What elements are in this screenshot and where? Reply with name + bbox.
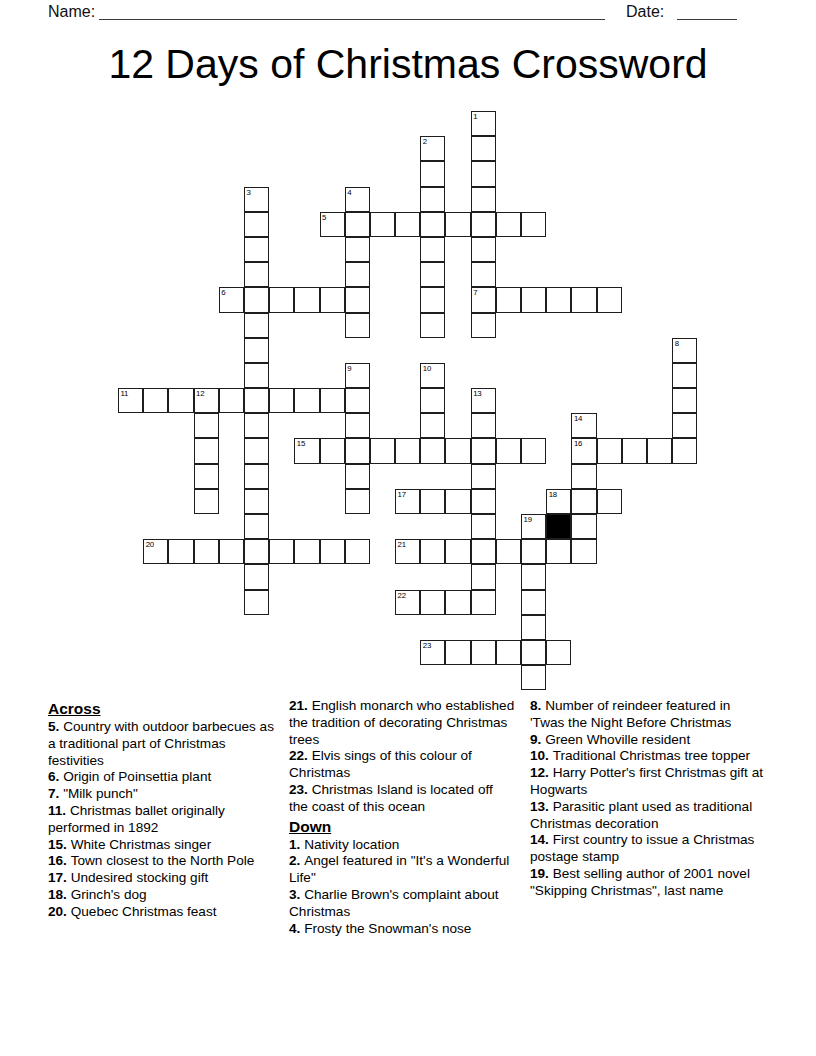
crossword-cell[interactable]: 2 — [420, 136, 445, 161]
down-heading: Down — [289, 816, 515, 837]
crossword-cell[interactable] — [420, 187, 445, 212]
clue-across-22: 22. Elvis sings of this colour of Christ… — [289, 748, 515, 782]
crossword-cell[interactable] — [546, 287, 571, 312]
crossword-cell[interactable]: 8 — [672, 338, 697, 363]
clue-across-15: 15. White Christmas singer — [48, 837, 274, 854]
crossword-cell[interactable] — [294, 287, 319, 312]
crossword-cell[interactable] — [194, 489, 219, 514]
crossword-cell[interactable] — [672, 363, 697, 388]
crossword-cell[interactable] — [269, 287, 294, 312]
clue-number: 22 — [398, 591, 406, 601]
crossword-cell[interactable] — [420, 539, 445, 564]
clue-number: 15 — [297, 439, 305, 449]
clue-across-11: 11. Christmas ballet originally performe… — [48, 803, 274, 837]
date-fill-line[interactable] — [677, 18, 737, 20]
crossword-cell[interactable] — [345, 313, 370, 338]
crossword-cell[interactable] — [420, 237, 445, 262]
clue-column-2: 21. English monarch who established the … — [289, 698, 515, 937]
clue-number: 17 — [398, 490, 406, 500]
clue-number: 23 — [423, 641, 431, 651]
crossword-cell[interactable] — [521, 438, 546, 463]
crossword-cell[interactable] — [345, 489, 370, 514]
crossword-cell[interactable] — [521, 564, 546, 589]
crossword-cell[interactable] — [546, 539, 571, 564]
crossword-cell[interactable] — [244, 539, 269, 564]
crossword-cell[interactable] — [345, 262, 370, 287]
clue-across-23: 23. Christmas Island is located off the … — [289, 782, 515, 816]
crossword-cell[interactable] — [320, 388, 345, 413]
crossword-cell[interactable]: 5 — [320, 212, 345, 237]
down-clues-list: 1. Nativity location2. Angel featured in… — [289, 837, 515, 938]
crossword-cell[interactable] — [445, 489, 470, 514]
clue-number: 11 — [121, 389, 129, 399]
clue-number: 6 — [221, 288, 225, 298]
crossword-cell[interactable]: 4 — [345, 187, 370, 212]
crossword-cell[interactable] — [471, 590, 496, 615]
clue-number: 14 — [574, 414, 582, 424]
crossword-cell[interactable] — [471, 514, 496, 539]
crossword-cell[interactable] — [496, 640, 521, 665]
clue-number: 13 — [473, 389, 481, 399]
down-clues-list-continued: 8. Number of reindeer featured in 'Twas … — [530, 698, 767, 900]
clue-number: 3 — [246, 188, 250, 198]
crossword-cell[interactable] — [471, 136, 496, 161]
crossword-cell[interactable]: 11 — [118, 388, 143, 413]
clue-number: 20 — [146, 540, 154, 550]
crossword-cell[interactable]: 18 — [546, 489, 571, 514]
blocked-cell — [546, 514, 571, 539]
crossword-cell[interactable] — [496, 212, 521, 237]
crossword-cell[interactable] — [420, 590, 445, 615]
crossword-cell[interactable] — [571, 489, 596, 514]
clue-across-18: 18. Grinch's dog — [48, 887, 274, 904]
crossword-cell[interactable] — [420, 313, 445, 338]
crossword-cell[interactable] — [445, 640, 470, 665]
crossword-cell[interactable] — [647, 438, 672, 463]
crossword-cell[interactable] — [672, 388, 697, 413]
crossword-cell[interactable] — [244, 212, 269, 237]
clue-across-6: 6. Origin of Poinsettia plant — [48, 769, 274, 786]
crossword-cell[interactable] — [345, 388, 370, 413]
clue-down-8: 8. Number of reindeer featured in 'Twas … — [530, 698, 767, 732]
crossword-cell[interactable] — [496, 438, 521, 463]
crossword-cell[interactable] — [168, 539, 193, 564]
crossword-cell[interactable] — [672, 438, 697, 463]
crossword-cell[interactable] — [471, 262, 496, 287]
crossword-cell[interactable] — [395, 438, 420, 463]
crossword-cell[interactable] — [672, 413, 697, 438]
crossword-cell[interactable] — [597, 438, 622, 463]
crossword-cell[interactable] — [294, 539, 319, 564]
crossword-cell[interactable] — [143, 388, 168, 413]
crossword-cell[interactable] — [471, 187, 496, 212]
across-clues-list: 5. Country with outdoor barbecues as a t… — [48, 719, 274, 921]
crossword-cell[interactable] — [546, 640, 571, 665]
clue-across-20: 20. Quebec Christmas feast — [48, 904, 274, 921]
crossword-cell[interactable] — [244, 590, 269, 615]
clue-down-14: 14. First country to issue a Christmas p… — [530, 832, 767, 866]
crossword-cell[interactable] — [345, 539, 370, 564]
clue-number: 9 — [347, 364, 351, 374]
crossword-cell[interactable] — [521, 665, 546, 690]
crossword-cell[interactable]: 19 — [521, 514, 546, 539]
clue-down-9: 9. Green Whoville resident — [530, 732, 767, 749]
clue-across-5: 5. Country with outdoor barbecues as a t… — [48, 719, 274, 769]
crossword-cell[interactable]: 7 — [471, 287, 496, 312]
crossword-cell[interactable] — [320, 287, 345, 312]
crossword-cell[interactable] — [420, 161, 445, 186]
crossword-cell[interactable]: 20 — [143, 539, 168, 564]
crossword-cell[interactable] — [395, 212, 420, 237]
crossword-grid: 1234567891011121314151617181920212223 — [118, 111, 697, 690]
crossword-cell[interactable] — [445, 539, 470, 564]
crossword-cell[interactable] — [370, 438, 395, 463]
clue-number: 19 — [524, 515, 532, 525]
crossword-cell[interactable] — [445, 438, 470, 463]
clue-down-2: 2. Angel featured in "It's a Wonderful L… — [289, 853, 515, 887]
crossword-cell[interactable] — [471, 413, 496, 438]
clue-column-1: Across 5. Country with outdoor barbecues… — [48, 698, 274, 921]
crossword-cell[interactable] — [521, 640, 546, 665]
crossword-cell[interactable] — [244, 237, 269, 262]
page-title: 12 Days of Christmas Crossword — [0, 41, 816, 87]
crossword-cell[interactable] — [471, 237, 496, 262]
clue-column-3: 8. Number of reindeer featured in 'Twas … — [530, 698, 767, 900]
clue-number: 7 — [473, 288, 477, 298]
clue-number: 8 — [675, 339, 679, 349]
crossword-cell[interactable] — [571, 464, 596, 489]
crossword-cell[interactable] — [244, 413, 269, 438]
crossword-cell[interactable] — [194, 438, 219, 463]
crossword-cell[interactable] — [194, 539, 219, 564]
crossword-cell[interactable] — [420, 262, 445, 287]
crossword-cell[interactable]: 14 — [571, 413, 596, 438]
crossword-cell[interactable] — [244, 514, 269, 539]
clue-down-13: 13. Parasitic plant used as traditional … — [530, 799, 767, 833]
crossword-cell[interactable] — [420, 212, 445, 237]
clue-across-17: 17. Undesired stocking gift — [48, 870, 274, 887]
crossword-cell[interactable] — [269, 539, 294, 564]
crossword-cell[interactable] — [244, 388, 269, 413]
crossword-cell[interactable] — [471, 489, 496, 514]
clue-down-12: 12. Harry Potter's first Christmas gift … — [530, 765, 767, 799]
crossword-cell[interactable] — [194, 413, 219, 438]
crossword-cell[interactable]: 23 — [420, 640, 445, 665]
crossword-cell[interactable] — [471, 161, 496, 186]
crossword-cell[interactable] — [244, 338, 269, 363]
crossword-cell[interactable]: 1 — [471, 111, 496, 136]
worksheet-page: Name: Date: 12 Days of Christmas Crosswo… — [0, 0, 816, 1056]
crossword-cell[interactable] — [521, 539, 546, 564]
crossword-cell[interactable]: 15 — [294, 438, 319, 463]
crossword-cell[interactable] — [345, 413, 370, 438]
crossword-cell[interactable]: 16 — [571, 438, 596, 463]
crossword-cell[interactable] — [471, 438, 496, 463]
crossword-cell[interactable]: 17 — [395, 489, 420, 514]
crossword-cell[interactable] — [521, 590, 546, 615]
crossword-cell[interactable] — [244, 313, 269, 338]
crossword-cell[interactable] — [445, 590, 470, 615]
crossword-cell[interactable]: 10 — [420, 363, 445, 388]
clue-number: 1 — [473, 112, 477, 122]
clue-down-1: 1. Nativity location — [289, 837, 515, 854]
crossword-cell[interactable] — [168, 388, 193, 413]
crossword-cell[interactable] — [219, 539, 244, 564]
crossword-cell[interactable]: 6 — [219, 287, 244, 312]
crossword-cell[interactable] — [496, 287, 521, 312]
crossword-cell[interactable] — [320, 438, 345, 463]
crossword-cell[interactable] — [244, 287, 269, 312]
crossword-cell[interactable] — [194, 464, 219, 489]
crossword-cell[interactable] — [471, 564, 496, 589]
crossword-cell[interactable] — [420, 413, 445, 438]
clue-down-4: 4. Frosty the Snowman's nose — [289, 921, 515, 938]
clue-number: 5 — [322, 213, 326, 223]
crossword-cell[interactable] — [345, 287, 370, 312]
name-fill-line[interactable] — [99, 18, 605, 20]
clue-number: 21 — [398, 540, 406, 550]
crossword-cell[interactable] — [345, 212, 370, 237]
clue-across-21: 21. English monarch who established the … — [289, 698, 515, 748]
crossword-cell[interactable] — [244, 262, 269, 287]
crossword-cell[interactable] — [420, 388, 445, 413]
crossword-cell[interactable] — [571, 539, 596, 564]
crossword-cell[interactable] — [597, 489, 622, 514]
crossword-cell[interactable] — [219, 388, 244, 413]
crossword-cell[interactable]: 13 — [471, 388, 496, 413]
crossword-cell[interactable]: 21 — [395, 539, 420, 564]
crossword-cell[interactable] — [345, 237, 370, 262]
crossword-cell[interactable] — [571, 287, 596, 312]
crossword-cell[interactable] — [244, 438, 269, 463]
across-clues-list-continued: 21. English monarch who established the … — [289, 698, 515, 816]
crossword-cell[interactable] — [420, 438, 445, 463]
clue-down-10: 10. Traditional Christmas tree topper — [530, 748, 767, 765]
clue-number: 4 — [347, 188, 351, 198]
crossword-cell[interactable] — [345, 464, 370, 489]
across-heading: Across — [48, 698, 274, 719]
crossword-cell[interactable] — [445, 212, 470, 237]
crossword-cell[interactable]: 12 — [194, 388, 219, 413]
name-label: Name: — [48, 3, 95, 21]
crossword-cell[interactable] — [471, 212, 496, 237]
crossword-cell[interactable] — [244, 363, 269, 388]
crossword-cell[interactable] — [471, 313, 496, 338]
clue-across-16: 16. Town closest to the North Pole — [48, 853, 274, 870]
crossword-cell[interactable] — [521, 615, 546, 640]
crossword-cell[interactable] — [420, 489, 445, 514]
crossword-cell[interactable] — [471, 464, 496, 489]
crossword-cell[interactable] — [571, 514, 596, 539]
clue-down-19: 19. Best selling author of 2001 novel "S… — [530, 866, 767, 900]
crossword-cell[interactable] — [622, 438, 647, 463]
crossword-cell[interactable] — [244, 564, 269, 589]
crossword-cell[interactable] — [294, 388, 319, 413]
crossword-cell[interactable] — [471, 539, 496, 564]
crossword-cell[interactable] — [496, 539, 521, 564]
clue-across-7: 7. "Milk punch" — [48, 786, 274, 803]
clue-down-3: 3. Charlie Brown's complaint about Chris… — [289, 887, 515, 921]
crossword-cell[interactable]: 22 — [395, 590, 420, 615]
crossword-cell[interactable] — [345, 438, 370, 463]
crossword-cell[interactable] — [370, 212, 395, 237]
clue-number: 12 — [196, 389, 204, 399]
crossword-cell[interactable] — [244, 489, 269, 514]
clue-number: 10 — [423, 364, 431, 374]
crossword-cell[interactable] — [244, 464, 269, 489]
crossword-cell[interactable]: 3 — [244, 187, 269, 212]
crossword-cell[interactable] — [420, 287, 445, 312]
crossword-cell[interactable] — [597, 287, 622, 312]
date-label: Date: — [626, 3, 664, 21]
crossword-cell[interactable] — [320, 539, 345, 564]
crossword-cell[interactable] — [521, 212, 546, 237]
crossword-cell[interactable] — [471, 640, 496, 665]
clue-number: 2 — [423, 137, 427, 147]
crossword-cell[interactable] — [269, 388, 294, 413]
clue-number: 16 — [574, 439, 582, 449]
crossword-cell[interactable] — [521, 287, 546, 312]
clue-number: 18 — [549, 490, 557, 500]
crossword-cell[interactable]: 9 — [345, 363, 370, 388]
